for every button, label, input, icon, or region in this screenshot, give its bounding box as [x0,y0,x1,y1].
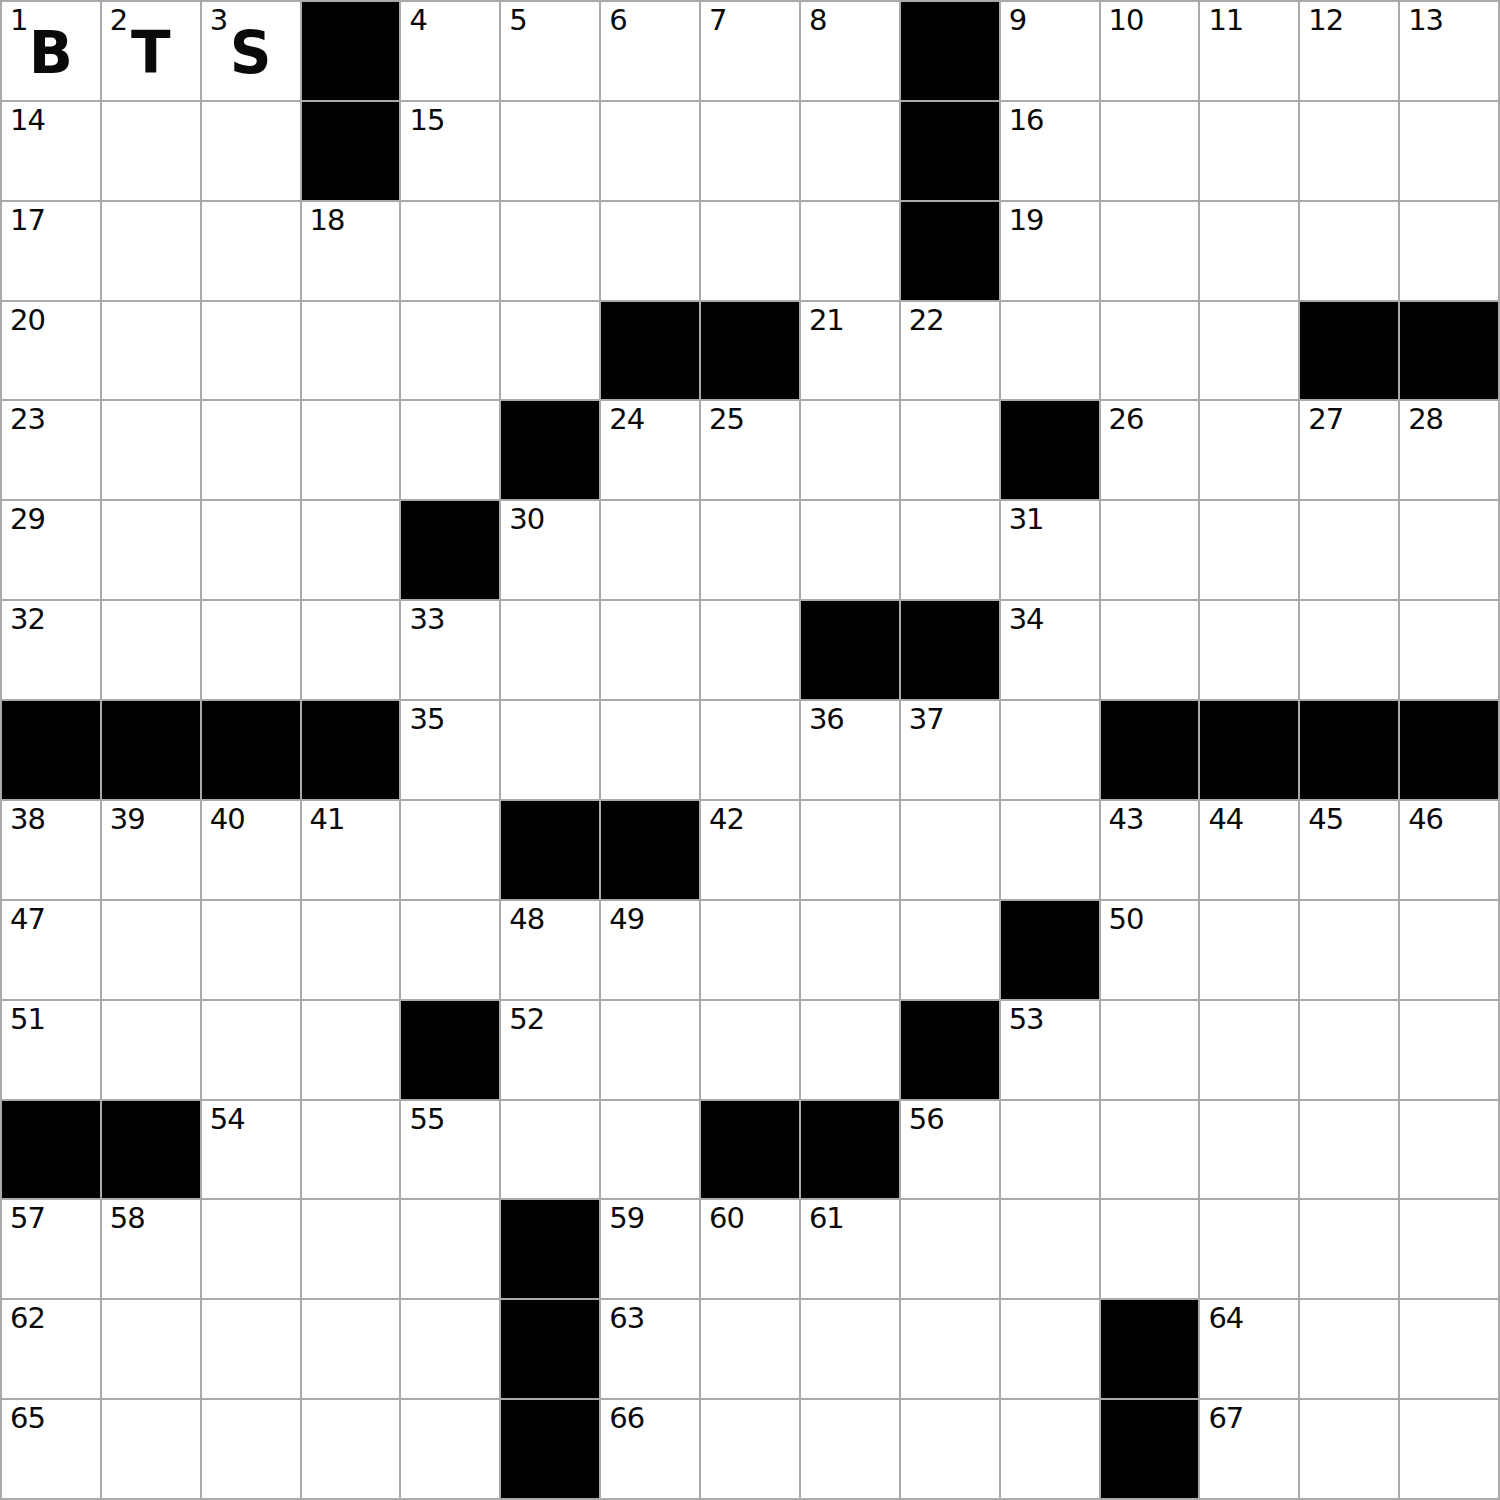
crossword-cell[interactable] [401,801,499,899]
clue-number: 39 [110,804,145,836]
black-cell [401,501,499,599]
crossword-cell[interactable]: 64 [1200,1300,1298,1398]
crossword-cell[interactable] [1101,1200,1199,1298]
crossword-cell[interactable] [601,102,699,200]
crossword-cell[interactable] [1400,1400,1498,1498]
crossword-cell[interactable]: 48 [501,901,599,999]
crossword-cell[interactable] [1300,901,1398,999]
black-cell [501,801,599,899]
crossword-board: 1B2T3S4567891011121314151617181920212223… [0,0,1500,1500]
crossword-cell[interactable]: 3S [202,2,300,100]
crossword-cell[interactable] [1300,1300,1398,1398]
crossword-cell[interactable]: 67 [1200,1400,1298,1498]
clue-number: 55 [409,1104,444,1136]
black-cell [601,302,699,400]
crossword-cell[interactable] [102,901,200,999]
crossword-cell[interactable]: 15 [401,102,499,200]
clue-number: 67 [1208,1403,1243,1435]
clue-number: 54 [210,1104,245,1136]
crossword-cell[interactable]: 36 [801,701,899,799]
crossword-cell[interactable] [302,1001,400,1099]
crossword-cell[interactable] [801,401,899,499]
clue-number: 37 [909,704,944,736]
black-cell [901,102,999,200]
crossword-cell[interactable] [901,1200,999,1298]
crossword-cell[interactable] [302,401,400,499]
crossword-cell[interactable] [1101,202,1199,300]
black-cell [1400,302,1498,400]
crossword-cell[interactable] [1001,801,1099,899]
crossword-cell[interactable] [901,901,999,999]
crossword-cell[interactable] [1300,501,1398,599]
clue-number: 60 [709,1203,744,1235]
clue-number: 9 [1009,5,1026,37]
black-cell [901,202,999,300]
crossword-cell[interactable] [1200,401,1298,499]
clue-number: 34 [1009,604,1044,636]
black-cell [1400,701,1498,799]
crossword-cell[interactable] [901,1300,999,1398]
crossword-cell[interactable]: 13 [1400,2,1498,100]
crossword-cell[interactable] [401,1200,499,1298]
crossword-cell[interactable] [302,1300,400,1398]
crossword-cell[interactable] [801,1400,899,1498]
clue-number: 41 [310,804,345,836]
clue-number: 35 [409,704,444,736]
clue-number: 23 [10,404,45,436]
clue-number: 20 [10,305,45,337]
crossword-cell[interactable] [401,901,499,999]
black-cell [801,601,899,699]
black-cell [901,1001,999,1099]
crossword-cell[interactable]: 37 [901,701,999,799]
cell-letter: B [2,2,100,100]
crossword-cell[interactable] [801,202,899,300]
clue-number: 52 [509,1004,544,1036]
crossword-cell[interactable] [601,701,699,799]
crossword-cell[interactable] [1200,302,1298,400]
black-cell [501,1300,599,1398]
crossword-cell[interactable] [701,1001,799,1099]
crossword-cell[interactable] [801,901,899,999]
clue-number: 38 [10,804,45,836]
crossword-cell[interactable] [1101,1101,1199,1199]
crossword-cell[interactable] [501,302,599,400]
crossword-cell[interactable] [202,1300,300,1398]
clue-number: 12 [1308,5,1343,37]
crossword-cell[interactable]: 22 [901,302,999,400]
crossword-cell[interactable] [202,1400,300,1498]
crossword-cell[interactable] [601,501,699,599]
crossword-cell[interactable] [901,401,999,499]
crossword-cell[interactable]: 34 [1001,601,1099,699]
crossword-cell[interactable] [102,302,200,400]
crossword-cell[interactable] [401,202,499,300]
clue-number: 42 [709,804,744,836]
crossword-cell[interactable]: 49 [601,901,699,999]
crossword-cell[interactable] [302,302,400,400]
crossword-cell[interactable] [401,1300,499,1398]
black-cell [2,1101,100,1199]
crossword-cell[interactable] [1300,1001,1398,1099]
crossword-cell[interactable]: 12 [1300,2,1398,100]
crossword-cell[interactable] [302,601,400,699]
crossword-cell[interactable]: 24 [601,401,699,499]
crossword-cell[interactable]: 7 [701,2,799,100]
crossword-cell[interactable] [701,1300,799,1398]
crossword-cell[interactable] [202,102,300,200]
crossword-cell[interactable] [1001,1200,1099,1298]
crossword-cell[interactable] [302,901,400,999]
crossword-cell[interactable] [302,1200,400,1298]
crossword-cell[interactable]: 41 [302,801,400,899]
clue-number: 43 [1109,804,1144,836]
crossword-cell[interactable] [501,601,599,699]
crossword-cell[interactable]: 66 [601,1400,699,1498]
clue-number: 8 [809,5,826,37]
crossword-cell[interactable]: 31 [1001,501,1099,599]
crossword-cell[interactable] [102,202,200,300]
black-cell [701,302,799,400]
crossword-cell[interactable] [1200,202,1298,300]
crossword-cell[interactable]: 39 [102,801,200,899]
crossword-cell[interactable] [1101,102,1199,200]
cell-letter: T [102,2,200,100]
crossword-cell[interactable]: 27 [1300,401,1398,499]
crossword-cell[interactable]: 52 [501,1001,599,1099]
crossword-cell[interactable] [102,102,200,200]
crossword-cell[interactable] [901,801,999,899]
crossword-cell[interactable] [501,102,599,200]
black-cell [1300,701,1398,799]
clue-number: 22 [909,305,944,337]
crossword-cell[interactable] [501,701,599,799]
crossword-cell[interactable]: 62 [2,1300,100,1398]
black-cell [102,701,200,799]
clue-number: 58 [110,1203,145,1235]
crossword-cell[interactable]: 32 [2,601,100,699]
clue-number: 40 [210,804,245,836]
clue-number: 6 [609,5,626,37]
crossword-cell[interactable]: 17 [2,202,100,300]
crossword-cell[interactable] [701,501,799,599]
black-cell [401,1001,499,1099]
crossword-cell[interactable]: 54 [202,1101,300,1199]
crossword-cell[interactable]: 6 [601,2,699,100]
crossword-cell[interactable] [1200,1101,1298,1199]
clue-number: 14 [10,105,45,137]
crossword-cell[interactable] [601,1001,699,1099]
crossword-cell[interactable]: 26 [1101,401,1199,499]
clue-number: 49 [609,904,644,936]
black-cell [202,701,300,799]
crossword-cell[interactable]: 40 [202,801,300,899]
crossword-cell[interactable] [1200,1001,1298,1099]
crossword-cell[interactable]: 9 [1001,2,1099,100]
crossword-cell[interactable] [401,302,499,400]
black-cell [1101,701,1199,799]
crossword-cell[interactable] [302,501,400,599]
black-cell [1001,901,1099,999]
crossword-cell[interactable]: 1B [2,2,100,100]
crossword-cell[interactable] [701,202,799,300]
crossword-cell[interactable] [202,202,300,300]
clue-number: 61 [809,1203,844,1235]
crossword-cell[interactable] [102,601,200,699]
crossword-cell[interactable]: 45 [1300,801,1398,899]
crossword-cell[interactable]: 28 [1400,401,1498,499]
crossword-cell[interactable] [102,401,200,499]
crossword-cell[interactable]: 51 [2,1001,100,1099]
crossword-cell[interactable] [1200,601,1298,699]
black-cell [901,2,999,100]
crossword-cell[interactable] [601,202,699,300]
clue-number: 10 [1109,5,1144,37]
clue-number: 27 [1308,404,1343,436]
crossword-cell[interactable]: 5 [501,2,599,100]
crossword-cell[interactable] [1400,202,1498,300]
clue-number: 63 [609,1303,644,1335]
crossword-cell[interactable] [102,1001,200,1099]
crossword-cell[interactable]: 50 [1101,901,1199,999]
clue-number: 15 [409,105,444,137]
crossword-cell[interactable]: 29 [2,501,100,599]
crossword-cell[interactable] [1300,202,1398,300]
crossword-cell[interactable] [1001,302,1099,400]
crossword-cell[interactable] [1001,1101,1099,1199]
crossword-cell[interactable] [1300,1200,1398,1298]
crossword-cell[interactable] [801,102,899,200]
crossword-cell[interactable] [1101,501,1199,599]
clue-number: 21 [809,305,844,337]
black-cell [501,1400,599,1498]
black-cell [302,701,400,799]
black-cell [501,401,599,499]
crossword-cell[interactable]: 4 [401,2,499,100]
black-cell [801,1101,899,1199]
crossword-cell[interactable] [501,202,599,300]
crossword-cell[interactable]: 30 [501,501,599,599]
clue-number: 18 [310,205,345,237]
clue-number: 62 [10,1303,45,1335]
crossword-cell[interactable] [1300,1400,1398,1498]
crossword-cell[interactable] [1001,701,1099,799]
crossword-cell[interactable]: 20 [2,302,100,400]
crossword-cell[interactable]: 61 [801,1200,899,1298]
crossword-cell[interactable] [1200,1200,1298,1298]
black-cell [1001,401,1099,499]
crossword-cell[interactable] [1400,1001,1498,1099]
crossword-cell[interactable] [701,701,799,799]
crossword-cell[interactable]: 46 [1400,801,1498,899]
crossword-cell[interactable] [801,801,899,899]
black-cell [1200,701,1298,799]
clue-number: 26 [1109,404,1144,436]
crossword-cell[interactable] [1200,901,1298,999]
crossword-cell[interactable] [901,501,999,599]
crossword-cell[interactable]: 10 [1101,2,1199,100]
black-cell [302,102,400,200]
crossword-cell[interactable]: 65 [2,1400,100,1498]
crossword-cell[interactable] [102,1400,200,1498]
crossword-cell[interactable] [1001,1400,1099,1498]
crossword-cell[interactable] [1400,901,1498,999]
crossword-cell[interactable]: 47 [2,901,100,999]
black-cell [102,1101,200,1199]
crossword-cell[interactable] [1400,601,1498,699]
crossword-cell[interactable] [1200,501,1298,599]
crossword-cell[interactable]: 16 [1001,102,1099,200]
black-cell [1101,1400,1199,1498]
crossword-cell[interactable] [701,601,799,699]
black-cell [501,1200,599,1298]
crossword-cell[interactable] [701,1400,799,1498]
crossword-cell[interactable]: 55 [401,1101,499,1199]
crossword-cell[interactable]: 23 [2,401,100,499]
black-cell [302,2,400,100]
clue-number: 44 [1208,804,1243,836]
crossword-cell[interactable]: 35 [401,701,499,799]
crossword-cell[interactable] [901,1400,999,1498]
crossword-cell[interactable]: 33 [401,601,499,699]
crossword-cell[interactable]: 60 [701,1200,799,1298]
clue-number: 7 [709,5,726,37]
clue-number: 13 [1408,5,1443,37]
black-cell [701,1101,799,1199]
clue-number: 64 [1208,1303,1243,1335]
clue-number: 30 [509,504,544,536]
crossword-cell[interactable] [401,401,499,499]
crossword-cell[interactable]: 11 [1200,2,1298,100]
clue-number: 31 [1009,504,1044,536]
crossword-cell[interactable] [202,901,300,999]
crossword-cell[interactable] [202,1001,300,1099]
crossword-cell[interactable] [1300,102,1398,200]
crossword-cell[interactable] [801,1300,899,1398]
clue-number: 4 [409,5,426,37]
clue-number: 45 [1308,804,1343,836]
crossword-cell[interactable]: 42 [701,801,799,899]
clue-number: 65 [10,1403,45,1435]
clue-number: 29 [10,504,45,536]
clue-number: 50 [1109,904,1144,936]
crossword-cell[interactable]: 57 [2,1200,100,1298]
crossword-cell[interactable]: 53 [1001,1001,1099,1099]
crossword-cell[interactable] [102,501,200,599]
clue-number: 51 [10,1004,45,1036]
crossword-cell[interactable] [102,1300,200,1398]
crossword-cell[interactable] [202,302,300,400]
black-cell [2,701,100,799]
crossword-cell[interactable]: 2T [102,2,200,100]
crossword-cell[interactable] [701,901,799,999]
crossword-cell[interactable]: 58 [102,1200,200,1298]
crossword-cell[interactable] [202,601,300,699]
crossword-cell[interactable] [1101,302,1199,400]
crossword-cell[interactable] [1300,601,1398,699]
black-cell [901,601,999,699]
clue-number: 33 [409,604,444,636]
clue-number: 66 [609,1403,644,1435]
black-cell [601,801,699,899]
clue-number: 57 [10,1203,45,1235]
crossword-cell[interactable]: 63 [601,1300,699,1398]
clue-number: 47 [10,904,45,936]
black-cell [1101,1300,1199,1398]
clue-number: 24 [609,404,644,436]
clue-number: 36 [809,704,844,736]
clue-number: 17 [10,205,45,237]
clue-number: 56 [909,1104,944,1136]
clue-number: 48 [509,904,544,936]
crossword-cell[interactable]: 44 [1200,801,1298,899]
crossword-cell[interactable] [1400,102,1498,200]
crossword-cell[interactable] [701,102,799,200]
clue-number: 28 [1408,404,1443,436]
crossword-cell[interactable]: 59 [601,1200,699,1298]
clue-number: 46 [1408,804,1443,836]
clue-number: 19 [1009,205,1044,237]
crossword-cell[interactable] [1400,1300,1498,1398]
black-cell [1300,302,1398,400]
crossword-cell[interactable] [601,1101,699,1199]
clue-number: 59 [609,1203,644,1235]
clue-number: 5 [509,5,526,37]
crossword-cell[interactable]: 21 [801,302,899,400]
crossword-cell[interactable]: 25 [701,401,799,499]
crossword-cell[interactable] [1400,1101,1498,1199]
crossword-cell[interactable]: 19 [1001,202,1099,300]
crossword-cell[interactable]: 38 [2,801,100,899]
crossword-cell[interactable] [202,401,300,499]
clue-number: 32 [10,604,45,636]
crossword-cell[interactable] [1300,1101,1398,1199]
crossword-cell[interactable] [1101,601,1199,699]
crossword-cell[interactable] [1101,1001,1199,1099]
crossword-cell[interactable] [202,501,300,599]
crossword-cell[interactable] [801,501,899,599]
clue-number: 25 [709,404,744,436]
crossword-cell[interactable]: 43 [1101,801,1199,899]
crossword-cell[interactable] [302,1400,400,1498]
crossword-cell[interactable]: 8 [801,2,899,100]
crossword-cell[interactable]: 18 [302,202,400,300]
crossword-cell[interactable] [1400,1200,1498,1298]
cell-letter: S [202,2,300,100]
clue-number: 16 [1009,105,1044,137]
crossword-cell[interactable]: 56 [901,1101,999,1199]
crossword-cell[interactable] [501,1101,599,1199]
clue-number: 11 [1208,5,1243,37]
crossword-cell[interactable] [401,1400,499,1498]
crossword-cell[interactable] [801,1001,899,1099]
crossword-cell[interactable] [601,601,699,699]
crossword-cell[interactable] [302,1101,400,1199]
clue-number: 53 [1009,1004,1044,1036]
crossword-cell[interactable] [1001,1300,1099,1398]
crossword-cell[interactable]: 14 [2,102,100,200]
crossword-cell[interactable] [1200,102,1298,200]
crossword-cell[interactable] [1400,501,1498,599]
crossword-cell[interactable] [202,1200,300,1298]
